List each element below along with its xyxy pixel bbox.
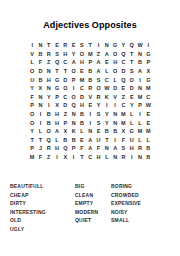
- grid-cell: M: [119, 110, 127, 119]
- grid-cell: C: [61, 58, 69, 67]
- grid-cell: N: [111, 118, 119, 127]
- grid-cell: T: [53, 67, 61, 76]
- grid-cell: N: [111, 153, 119, 162]
- word-list-item: BEAUTIFULL: [10, 182, 75, 191]
- grid-cell: L: [28, 58, 36, 67]
- grid-cell: D: [111, 84, 119, 93]
- grid-cell: J: [36, 144, 44, 153]
- grid-cell: X: [61, 127, 69, 136]
- grid-cell: N: [136, 153, 144, 162]
- grid-cell: G: [111, 41, 119, 50]
- grid-cell: A: [94, 58, 102, 67]
- grid-cell: H: [128, 144, 136, 153]
- grid-cell: M: [144, 127, 152, 136]
- word-list-item: NOISY: [111, 208, 171, 217]
- grid-cell: F: [36, 58, 44, 67]
- grid-cell: L: [103, 67, 111, 76]
- grid-cell: P: [86, 58, 94, 67]
- grid-cell: A: [111, 144, 119, 153]
- grid-cell: B: [136, 58, 144, 67]
- grid-cell: S: [128, 67, 136, 76]
- grid-cell: E: [86, 101, 94, 110]
- grid-cell: N: [45, 84, 53, 93]
- grid-cell: H: [78, 58, 86, 67]
- grid-cell: V: [28, 50, 36, 59]
- grid-cell: V: [111, 93, 119, 102]
- grid-cell: Z: [45, 58, 53, 67]
- word-list: BEAUTIFULLCHEAPDIRTYINTERESTINGOLDUGLY B…: [10, 182, 171, 234]
- grid-cell: Q: [45, 136, 53, 145]
- grid-cell: D: [61, 101, 69, 110]
- grid-cell: I: [86, 118, 94, 127]
- grid-cell: N: [103, 144, 111, 153]
- grid-cell: D: [61, 75, 69, 84]
- word-list-item: SMALL: [111, 216, 171, 225]
- grid-cell: O: [28, 67, 36, 76]
- grid-cell: T: [128, 58, 136, 67]
- grid-cell: F: [36, 153, 44, 162]
- grid-cell: L: [136, 118, 144, 127]
- grid-cell: N: [45, 67, 53, 76]
- grid-cell: T: [78, 153, 86, 162]
- grid-cell: L: [136, 136, 144, 145]
- grid-cell: G: [53, 84, 61, 93]
- grid-cell: K: [69, 127, 77, 136]
- word-list-column-1: BEAUTIFULLCHEAPDIRTYINTERESTINGOLDUGLY: [10, 182, 75, 234]
- grid-cell: H: [53, 118, 61, 127]
- grid-cell: S: [119, 144, 127, 153]
- grid-cell: W: [144, 101, 152, 110]
- grid-cell: O: [28, 118, 36, 127]
- grid-cell: L: [111, 75, 119, 84]
- grid-cell: N: [136, 84, 144, 93]
- word-list-item: EMPTY: [75, 199, 111, 208]
- word-search-grid: INTERESTINGYQWIVBRSHYOMZAOQTNGLFZQCAHPAE…: [28, 41, 152, 161]
- grid-cell: I: [53, 153, 61, 162]
- grid-cell: H: [53, 144, 61, 153]
- grid-cell: Z: [61, 110, 69, 119]
- grid-cell: E: [119, 84, 127, 93]
- grid-cell: C: [119, 101, 127, 110]
- grid-cell: B: [45, 118, 53, 127]
- grid-cell: L: [53, 136, 61, 145]
- grid-cell: Y: [28, 84, 36, 93]
- grid-cell: E: [144, 118, 152, 127]
- grid-cell: M: [136, 93, 144, 102]
- grid-cell: G: [128, 127, 136, 136]
- grid-cell: E: [78, 67, 86, 76]
- grid-cell: K: [103, 93, 111, 102]
- grid-cell: I: [103, 101, 111, 110]
- word-list-item: CHEAP: [10, 191, 75, 200]
- grid-cell: X: [53, 101, 61, 110]
- grid-cell: T: [103, 136, 111, 145]
- grid-cell: Q: [53, 58, 61, 67]
- grid-cell: H: [61, 50, 69, 59]
- grid-cell: N: [36, 101, 44, 110]
- grid-cell: M: [144, 84, 152, 93]
- grid-cell: C: [103, 75, 111, 84]
- worksheet-page: Adjectives Opposites INTERESTINGYQWIVBRS…: [0, 0, 180, 256]
- grid-cell: Y: [94, 101, 102, 110]
- grid-cell: H: [111, 58, 119, 67]
- grid-cell: S: [94, 118, 102, 127]
- grid-cell: I: [36, 110, 44, 119]
- grid-cell: S: [53, 50, 61, 59]
- grid-cell: W: [103, 84, 111, 93]
- grid-cell: A: [136, 67, 144, 76]
- grid-cell: Q: [69, 101, 77, 110]
- grid-cell: B: [86, 75, 94, 84]
- grid-cell: O: [94, 84, 102, 93]
- grid-cell: E: [94, 127, 102, 136]
- grid-cell: O: [61, 84, 69, 93]
- grid-cell: N: [36, 93, 44, 102]
- grid-cell: Y: [69, 50, 77, 59]
- grid-cell: C: [61, 93, 69, 102]
- grid-cell: S: [94, 75, 102, 84]
- grid-cell: X: [36, 84, 44, 93]
- grid-cell: C: [119, 58, 127, 67]
- page-title: Adjectives Opposites: [0, 20, 180, 30]
- grid-cell: H: [45, 75, 53, 84]
- grid-cell: N: [136, 50, 144, 59]
- grid-cell: T: [128, 50, 136, 59]
- grid-cell: I: [111, 101, 119, 110]
- grid-cell: E: [53, 41, 61, 50]
- grid-cell: B: [78, 110, 86, 119]
- grid-cell: I: [136, 75, 144, 84]
- grid-cell: L: [36, 127, 44, 136]
- grid-cell: R: [61, 41, 69, 50]
- grid-cell: G: [144, 75, 152, 84]
- grid-cell: S: [78, 41, 86, 50]
- grid-cell: X: [119, 127, 127, 136]
- grid-cell: E: [69, 41, 77, 50]
- grid-cell: R: [86, 84, 94, 93]
- grid-cell: H: [78, 101, 86, 110]
- grid-cell: R: [45, 50, 53, 59]
- grid-cell: R: [94, 93, 102, 102]
- grid-cell: M: [86, 50, 94, 59]
- grid-cell: I: [69, 84, 77, 93]
- grid-cell: F: [119, 136, 127, 145]
- grid-cell: B: [69, 136, 77, 145]
- grid-cell: D: [78, 93, 86, 102]
- grid-cell: B: [103, 127, 111, 136]
- grid-cell: B: [144, 153, 152, 162]
- grid-cell: D: [128, 84, 136, 93]
- grid-cell: Y: [28, 127, 36, 136]
- grid-cell: E: [128, 93, 136, 102]
- grid-cell: W: [136, 41, 144, 50]
- grid-cell: Y: [103, 110, 111, 119]
- grid-cell: L: [103, 153, 111, 162]
- grid-cell: F: [94, 144, 102, 153]
- word-list-column-2: BIGCLEANEMPTYMODERNQUIET: [75, 182, 111, 225]
- grid-cell: E: [103, 58, 111, 67]
- grid-cell: A: [86, 136, 94, 145]
- grid-cell: N: [86, 127, 94, 136]
- grid-cell: P: [28, 144, 36, 153]
- grid-cell: Y: [128, 101, 136, 110]
- grid-cell: B: [61, 136, 69, 145]
- grid-cell: S: [94, 110, 102, 119]
- grid-cell: Q: [61, 144, 69, 153]
- grid-cell: A: [94, 67, 102, 76]
- grid-cell: B: [45, 110, 53, 119]
- grid-cell: B: [86, 67, 94, 76]
- grid-cell: Q: [119, 75, 127, 84]
- grid-cell: L: [144, 136, 152, 145]
- word-list-item: MODERN: [75, 208, 111, 217]
- grid-cell: Q: [119, 50, 127, 59]
- grid-cell: I: [128, 153, 136, 162]
- grid-cell: O: [28, 110, 36, 119]
- grid-cell: I: [36, 118, 44, 127]
- grid-cell: Z: [119, 93, 127, 102]
- grid-cell: B: [36, 50, 44, 59]
- grid-cell: C: [86, 153, 94, 162]
- grid-cell: I: [69, 153, 77, 162]
- grid-cell: P: [53, 93, 61, 102]
- grid-cell: H: [94, 153, 102, 162]
- grid-cell: A: [86, 144, 94, 153]
- word-list-item: INTERESTING: [10, 208, 75, 217]
- word-list-item: DIRTY: [10, 199, 75, 208]
- grid-cell: F: [78, 144, 86, 153]
- grid-cell: Y: [103, 118, 111, 127]
- grid-cell: D: [119, 67, 127, 76]
- grid-cell: C: [144, 93, 152, 102]
- grid-cell: T: [45, 41, 53, 50]
- grid-cell: R: [119, 153, 127, 162]
- grid-cell: O: [111, 67, 119, 76]
- grid-cell: P: [28, 101, 36, 110]
- grid-cell: D: [36, 67, 44, 76]
- grid-cell: N: [69, 110, 77, 119]
- grid-cell: N: [103, 41, 111, 50]
- word-list-item: OLD: [10, 216, 75, 225]
- grid-cell: I: [28, 41, 36, 50]
- grid-cell: B: [36, 75, 44, 84]
- grid-cell: P: [136, 101, 144, 110]
- grid-cell: N: [69, 118, 77, 127]
- grid-cell: T: [61, 67, 69, 76]
- grid-cell: M: [28, 153, 36, 162]
- grid-cell: T: [86, 41, 94, 50]
- grid-cell: O: [128, 75, 136, 84]
- grid-cell: I: [136, 110, 144, 119]
- grid-cell: I: [111, 136, 119, 145]
- grid-cell: I: [144, 41, 152, 50]
- word-list-item: BORING: [111, 182, 171, 191]
- grid-cell: Z: [94, 50, 102, 59]
- grid-cell: G: [144, 50, 152, 59]
- grid-cell: L: [128, 110, 136, 119]
- grid-cell: U: [94, 136, 102, 145]
- grid-cell: B: [144, 144, 152, 153]
- grid-cell: M: [119, 118, 127, 127]
- word-list-item: QUIET: [75, 216, 111, 225]
- grid-cell: O: [69, 93, 77, 102]
- grid-cell: B: [78, 118, 86, 127]
- grid-cell: C: [78, 84, 86, 93]
- grid-cell: Y: [45, 93, 53, 102]
- word-list-item: BIG: [75, 182, 111, 191]
- word-list-item: EXPENSIVE: [111, 199, 171, 208]
- grid-cell: O: [69, 67, 77, 76]
- grid-cell: B: [111, 127, 119, 136]
- grid-cell: I: [45, 101, 53, 110]
- grid-cell: A: [69, 58, 77, 67]
- grid-cell: I: [86, 110, 94, 119]
- grid-cell: G: [53, 75, 61, 84]
- grid-cell: I: [94, 41, 102, 50]
- grid-cell: O: [111, 50, 119, 59]
- grid-cell: N: [36, 41, 44, 50]
- grid-cell: X: [61, 153, 69, 162]
- grid-cell: R: [136, 144, 144, 153]
- grid-cell: L: [128, 118, 136, 127]
- grid-cell: U: [128, 136, 136, 145]
- grid-cell: Z: [45, 153, 53, 162]
- grid-cell: E: [78, 136, 86, 145]
- grid-cell: O: [45, 127, 53, 136]
- grid-cell: T: [28, 136, 36, 145]
- grid-cell: P: [69, 144, 77, 153]
- word-list-column-3: BORINGCROWDEDEXPENSIVENOISYSMALL: [111, 182, 171, 225]
- grid-cell: O: [78, 50, 86, 59]
- word-list-item: CROWDED: [111, 191, 171, 200]
- grid-cell: N: [111, 110, 119, 119]
- grid-cell: M: [136, 127, 144, 136]
- word-list-item: CLEAN: [75, 191, 111, 200]
- grid-cell: P: [69, 75, 77, 84]
- grid-cell: F: [28, 93, 36, 102]
- grid-cell: M: [78, 75, 86, 84]
- grid-cell: Q: [128, 41, 136, 50]
- grid-cell: Y: [119, 41, 127, 50]
- grid-cell: P: [144, 58, 152, 67]
- grid-cell: E: [144, 110, 152, 119]
- grid-cell: X: [144, 67, 152, 76]
- grid-cell: T: [36, 136, 44, 145]
- grid-cell: A: [53, 127, 61, 136]
- grid-cell: R: [45, 144, 53, 153]
- grid-cell: A: [103, 50, 111, 59]
- grid-cell: H: [53, 110, 61, 119]
- grid-cell: P: [61, 118, 69, 127]
- word-list-item: UGLY: [10, 225, 75, 234]
- grid-cell: L: [78, 127, 86, 136]
- grid-cell: U: [28, 75, 36, 84]
- grid-cell: V: [86, 93, 94, 102]
